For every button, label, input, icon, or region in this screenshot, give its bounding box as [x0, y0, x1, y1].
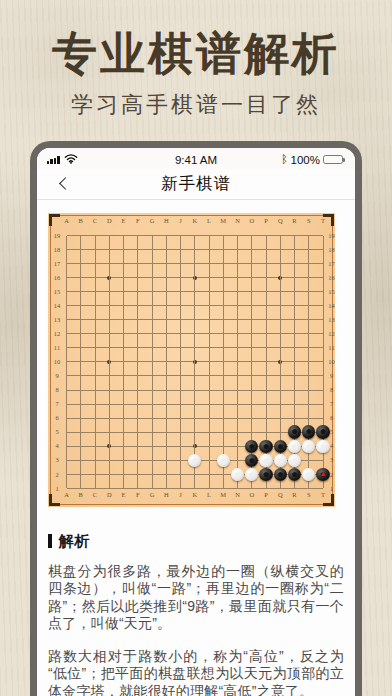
star-point: [193, 276, 197, 280]
board-intersection: [173, 285, 187, 299]
board-intersection: [245, 299, 259, 313]
board-intersection: [202, 243, 216, 257]
board-intersection: [316, 397, 330, 411]
board-corner-ornament: [49, 494, 60, 506]
status-bar-time: 9:41 AM: [146, 154, 245, 166]
board-intersection: [173, 243, 187, 257]
analysis-section: 解析 棋盘分为很多路，最外边的一圈（纵横交叉的四条边），叫做“一路”；再里边的一…: [37, 507, 355, 696]
board-intersection: [159, 243, 173, 257]
board-intersection: [202, 425, 216, 439]
board-intersection: [131, 257, 145, 271]
board-intersection: [74, 481, 88, 495]
board-intersection: [131, 313, 145, 327]
board-intersection: [273, 341, 287, 355]
board-intersection: [302, 285, 316, 299]
board-intersection: [159, 327, 173, 341]
board-intersection: [230, 313, 244, 327]
board-intersection: [131, 369, 145, 383]
board-intersection: [74, 341, 88, 355]
wifi-icon: [64, 153, 78, 166]
black-stone: ●: [302, 425, 315, 438]
board-intersection: [316, 285, 330, 299]
board-intersection: ●: [259, 467, 273, 481]
board-intersection: [216, 383, 230, 397]
board-intersection: [245, 411, 259, 425]
board-intersection: [302, 411, 316, 425]
board-intersection: [173, 439, 187, 453]
board-intersection: [202, 313, 216, 327]
coord-label-left: 3: [55, 457, 58, 464]
board-intersection: [159, 397, 173, 411]
board-intersection: [188, 397, 202, 411]
board-intersection: [202, 411, 216, 425]
board-intersection: [259, 285, 273, 299]
board-intersection: [316, 257, 330, 271]
board-intersection: [74, 425, 88, 439]
board-intersection: [116, 481, 130, 495]
black-stone: ●: [288, 468, 301, 481]
board-intersection: [230, 397, 244, 411]
coord-label-right: 6: [330, 415, 333, 422]
board-intersection: [188, 257, 202, 271]
board-intersection: [188, 243, 202, 257]
board-intersection: [259, 313, 273, 327]
coord-label-left: 4: [55, 443, 58, 450]
coord-label-top: E: [122, 217, 126, 224]
board-intersection: [287, 481, 301, 495]
board-intersection: [302, 453, 316, 467]
board-intersection: [159, 383, 173, 397]
board-intersection: [202, 229, 216, 243]
board-intersection: [245, 271, 259, 285]
black-stone: ●: [259, 440, 272, 453]
board-intersection: [145, 327, 159, 341]
board-grid: ●●●●●●●●●●●●●●●●●●●●●●▲: [59, 229, 330, 496]
board-intersection: [131, 467, 145, 481]
board-intersection: [230, 439, 244, 453]
coord-label-right: 4: [330, 443, 333, 450]
board-intersection: [216, 341, 230, 355]
board-intersection: [202, 467, 216, 481]
board-intersection: [259, 341, 273, 355]
white-stone: ●: [245, 468, 258, 481]
board-intersection: [216, 355, 230, 369]
board-intersection: [102, 369, 116, 383]
board-intersection: ●: [287, 467, 301, 481]
back-button[interactable]: [51, 169, 77, 199]
board-intersection: [74, 355, 88, 369]
board-intersection: [145, 313, 159, 327]
board-intersection: [59, 397, 73, 411]
analysis-heading: 解析: [59, 532, 91, 551]
board-intersection: [202, 397, 216, 411]
board-intersection: [74, 271, 88, 285]
board-intersection: [188, 355, 202, 369]
board-intersection: [273, 425, 287, 439]
board-intersection: [88, 355, 102, 369]
board-intersection: [145, 411, 159, 425]
board-intersection: [316, 481, 330, 495]
board-intersection: [131, 481, 145, 495]
board-intersection: [102, 411, 116, 425]
board-intersection: [159, 411, 173, 425]
board-intersection: [245, 257, 259, 271]
coord-label-left: 2: [55, 471, 58, 478]
star-point: [193, 444, 197, 448]
board-intersection: [116, 355, 130, 369]
board-intersection: [316, 383, 330, 397]
board-intersection: [188, 411, 202, 425]
board-intersection: [159, 439, 173, 453]
board-intersection: [59, 327, 73, 341]
board-intersection: [159, 341, 173, 355]
board-intersection: [287, 229, 301, 243]
board-intersection: [145, 439, 159, 453]
board-intersection: [273, 327, 287, 341]
board-intersection: [59, 313, 73, 327]
board-intersection: [145, 355, 159, 369]
board-intersection: [188, 327, 202, 341]
board-intersection: [188, 299, 202, 313]
board-intersection: [116, 397, 130, 411]
board-intersection: [116, 229, 130, 243]
coord-label-right: 9: [330, 373, 333, 380]
board-intersection: [145, 453, 159, 467]
board-intersection: [131, 271, 145, 285]
board-intersection: [202, 481, 216, 495]
board-intersection: [287, 271, 301, 285]
board-intersection: [88, 313, 102, 327]
board-intersection: [216, 313, 230, 327]
board-intersection: [259, 425, 273, 439]
board-intersection: [102, 397, 116, 411]
board-intersection: [230, 481, 244, 495]
coord-label-left: 8: [55, 387, 58, 394]
board-intersection: [88, 271, 102, 285]
board-intersection: [188, 341, 202, 355]
board-intersection: [59, 439, 73, 453]
board-intersection: [302, 327, 316, 341]
board-intersection: [245, 383, 259, 397]
coord-label-right: 5: [330, 429, 333, 436]
board-intersection: [116, 313, 130, 327]
board-intersection: [230, 453, 244, 467]
board-intersection: [273, 355, 287, 369]
board-intersection: [102, 355, 116, 369]
board-intersection: [59, 453, 73, 467]
board-intersection: [145, 397, 159, 411]
coord-label-top: D: [107, 217, 112, 224]
signal-strength-icon: [47, 156, 60, 164]
board-intersection: [202, 271, 216, 285]
board-intersection: [259, 397, 273, 411]
board-intersection: [88, 383, 102, 397]
board-intersection: [188, 369, 202, 383]
board-intersection: ●: [188, 453, 202, 467]
coord-label-top: N: [235, 217, 240, 224]
board-intersection: [273, 243, 287, 257]
board-intersection: [88, 229, 102, 243]
coord-label-right: 1: [330, 485, 333, 492]
board-intersection: [74, 467, 88, 481]
board-intersection: [88, 425, 102, 439]
board-intersection: [59, 355, 73, 369]
board-intersection: [273, 313, 287, 327]
board-intersection: [230, 327, 244, 341]
board-intersection: [173, 327, 187, 341]
board-intersection: [102, 313, 116, 327]
board-intersection: [216, 397, 230, 411]
board-intersection: [287, 411, 301, 425]
black-stone: ●: [288, 425, 301, 438]
board-intersection: [145, 383, 159, 397]
board-intersection: [173, 369, 187, 383]
board-intersection: [102, 425, 116, 439]
board-intersection: [116, 453, 130, 467]
board-intersection: [316, 411, 330, 425]
coord-label-right: 7: [330, 401, 333, 408]
board-intersection: [173, 425, 187, 439]
black-stone: ●: [274, 468, 287, 481]
board-intersection: [287, 355, 301, 369]
board-intersection: ●: [245, 467, 259, 481]
board-intersection: [216, 425, 230, 439]
board-intersection: [102, 285, 116, 299]
board-intersection: [116, 467, 130, 481]
black-stone: ●: [274, 440, 287, 453]
board-intersection: [145, 271, 159, 285]
board-intersection: [145, 299, 159, 313]
nav-bar: 新手棋谱: [37, 169, 355, 200]
board-intersection: [59, 229, 73, 243]
coord-label-top: B: [79, 217, 83, 224]
board-intersection: [102, 229, 116, 243]
board-intersection: [302, 313, 316, 327]
board-intersection: [287, 327, 301, 341]
white-stone: ●: [302, 468, 315, 481]
board-intersection: [287, 341, 301, 355]
board-intersection: [302, 369, 316, 383]
board-intersection: [59, 411, 73, 425]
board-intersection: [88, 439, 102, 453]
coord-label-top: S: [307, 217, 311, 224]
phone-mockup: 9:41 AM ᛒ 100% 新手棋谱 AABBCCDDEEFFGGHHJJKK…: [30, 141, 362, 696]
board-intersection: [302, 341, 316, 355]
board-intersection: [216, 271, 230, 285]
board-intersection: [59, 425, 73, 439]
board-intersection: [102, 453, 116, 467]
analysis-paragraph: 路数大相对于路数小的，称为“高位”，反之为“低位”；把平面的棋盘联想为以天元为顶…: [48, 648, 344, 696]
board-intersection: [131, 411, 145, 425]
board-intersection: [74, 411, 88, 425]
board-intersection: [173, 355, 187, 369]
board-intersection: ●▲: [316, 467, 330, 481]
board-intersection: [159, 355, 173, 369]
board-intersection: [173, 271, 187, 285]
board-intersection: [102, 383, 116, 397]
board-intersection: [74, 313, 88, 327]
board-intersection: [116, 425, 130, 439]
board-intersection: [88, 257, 102, 271]
board-intersection: [74, 299, 88, 313]
board-intersection: ●: [316, 425, 330, 439]
board-intersection: [116, 257, 130, 271]
board-intersection: [159, 299, 173, 313]
board-intersection: [302, 229, 316, 243]
coord-label-top: T: [321, 217, 325, 224]
board-intersection: [216, 439, 230, 453]
coord-label-top: O: [249, 217, 254, 224]
board-intersection: [202, 383, 216, 397]
board-intersection: [188, 229, 202, 243]
board-intersection: [216, 299, 230, 313]
board-intersection: [230, 425, 244, 439]
board-intersection: [88, 397, 102, 411]
board-intersection: [287, 257, 301, 271]
coord-label-top: K: [192, 217, 197, 224]
board-intersection: [88, 411, 102, 425]
board-intersection: [131, 383, 145, 397]
board-intersection: [145, 285, 159, 299]
board-intersection: ●: [259, 453, 273, 467]
board-intersection: [216, 229, 230, 243]
board-intersection: [173, 313, 187, 327]
board-intersection: [230, 369, 244, 383]
board-intersection: [273, 481, 287, 495]
go-board[interactable]: AABBCCDDEEFFGGHHJJKKLLMMNNOOPPQQRRSSTT19…: [48, 213, 335, 507]
board-intersection: [59, 243, 73, 257]
coord-label-top: Q: [278, 217, 283, 224]
board-intersection: [159, 257, 173, 271]
board-intersection: [230, 229, 244, 243]
board-intersection: [173, 257, 187, 271]
star-point: [278, 360, 282, 364]
board-intersection: [245, 243, 259, 257]
board-intersection: [131, 229, 145, 243]
coord-label-top: H: [164, 217, 169, 224]
board-intersection: [188, 425, 202, 439]
board-intersection: [102, 341, 116, 355]
board-intersection: [273, 229, 287, 243]
board-intersection: [273, 397, 287, 411]
coord-label-top: L: [207, 217, 211, 224]
white-stone: ●: [302, 440, 315, 453]
board-intersection: [74, 229, 88, 243]
star-point: [107, 360, 111, 364]
board-intersection: [188, 313, 202, 327]
board-intersection: [102, 299, 116, 313]
board-intersection: [116, 285, 130, 299]
board-intersection: [302, 299, 316, 313]
board-intersection: [202, 453, 216, 467]
board-intersection: [245, 313, 259, 327]
board-intersection: [316, 243, 330, 257]
board-intersection: ●: [259, 439, 273, 453]
board-intersection: [88, 369, 102, 383]
analysis-paragraph: 棋盘分为很多路，最外边的一圈（纵横交叉的四条边），叫做“一路”；再里边的一圈称为…: [48, 563, 344, 633]
board-intersection: [216, 369, 230, 383]
board-intersection: [245, 425, 259, 439]
board-intersection: [131, 299, 145, 313]
board-corner-ornament: [49, 214, 60, 226]
board-intersection: [173, 411, 187, 425]
board-intersection: [145, 341, 159, 355]
bluetooth-icon: ᛒ: [281, 154, 288, 165]
white-stone: ●: [316, 440, 329, 453]
board-intersection: [74, 257, 88, 271]
coord-label-left: 1: [55, 485, 58, 492]
board-intersection: [74, 285, 88, 299]
status-bar-right: ᛒ 100%: [246, 154, 345, 166]
board-intersection: ●: [216, 453, 230, 467]
board-intersection: [302, 243, 316, 257]
board-intersection: [316, 299, 330, 313]
board-intersection: ●: [273, 467, 287, 481]
board-intersection: [88, 243, 102, 257]
board-intersection: [273, 369, 287, 383]
board-intersection: [145, 467, 159, 481]
board-intersection: [245, 355, 259, 369]
board-intersection: [102, 271, 116, 285]
board-intersection: ●: [287, 425, 301, 439]
coord-label-top: R: [292, 217, 296, 224]
board-intersection: [145, 369, 159, 383]
board-intersection: [159, 453, 173, 467]
board-intersection: [102, 257, 116, 271]
board-intersection: [259, 481, 273, 495]
board-intersection: [116, 383, 130, 397]
board-intersection: [131, 439, 145, 453]
board-intersection: [259, 257, 273, 271]
board-intersection: [88, 341, 102, 355]
coord-label-right: 8: [330, 387, 333, 394]
board-intersection: [302, 481, 316, 495]
board-intersection: [74, 397, 88, 411]
board-intersection: ●: [302, 425, 316, 439]
board-intersection: [59, 271, 73, 285]
board-intersection: [287, 383, 301, 397]
board-intersection: [173, 397, 187, 411]
board-intersection: [202, 327, 216, 341]
board-intersection: [273, 285, 287, 299]
board-intersection: [159, 313, 173, 327]
board-intersection: ●: [287, 453, 301, 467]
battery-icon: [323, 155, 345, 165]
analysis-heading-row: 解析: [48, 532, 344, 551]
board-intersection: [316, 229, 330, 243]
black-stone: ●: [316, 425, 329, 438]
white-stone: ●: [288, 440, 301, 453]
board-intersection: [102, 481, 116, 495]
board-intersection: [287, 299, 301, 313]
status-bar-left: [47, 153, 146, 166]
board-intersection: [245, 481, 259, 495]
board-intersection: [88, 481, 102, 495]
coord-label-top: P: [264, 217, 268, 224]
board-intersection: [159, 481, 173, 495]
coord-label-right: 2: [330, 471, 333, 478]
board-intersection: [230, 411, 244, 425]
board-intersection: [102, 327, 116, 341]
banner-subtitle: 学习高手棋谱一目了然: [0, 90, 392, 120]
board-intersection: [273, 271, 287, 285]
board-intersection: [273, 257, 287, 271]
board-intersection: [245, 341, 259, 355]
phone-screen: 9:41 AM ᛒ 100% 新手棋谱 AABBCCDDEEFFGGHHJJKK…: [37, 148, 355, 696]
board-intersection: [259, 229, 273, 243]
board-intersection: [316, 355, 330, 369]
board-intersection: [259, 327, 273, 341]
